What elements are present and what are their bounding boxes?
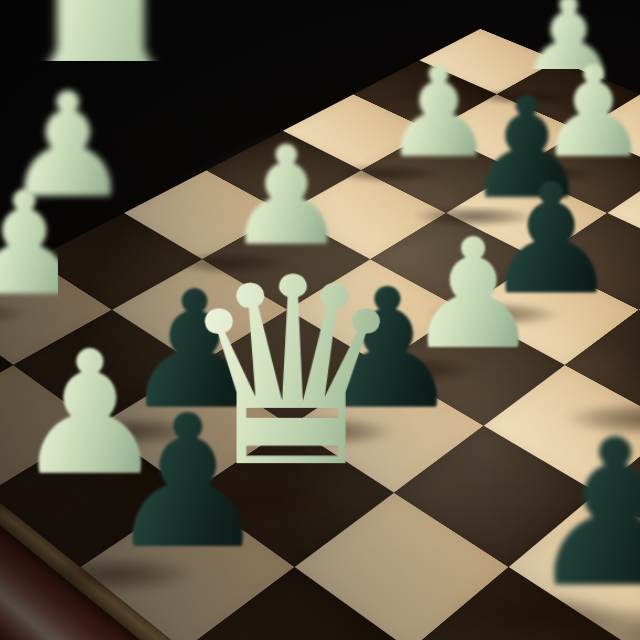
pawn-glyph: ♟	[0, 178, 89, 310]
dark-rook[interactable]: ♜	[609, 315, 640, 624]
light-pawn[interactable]: ♟	[0, 164, 92, 310]
photo-stage: ♜♚♝♟♟♟♟♟♟♟♟♟♟♟♛♟♟♟♞♟♜	[0, 0, 640, 640]
scene-3d: ♜♚♝♟♟♟♟♟♟♟♟♟♟♟♛♟♟♟♞♟♜	[0, 0, 640, 640]
rook-glyph: ♜	[617, 346, 640, 624]
board[interactable]: ♜♚♝♟♟♟♟♟♟♟♟♟♟♟♛♟♟♟♞♟♜	[0, 29, 640, 640]
dark-pawn[interactable]: ♟	[100, 379, 275, 567]
pawn-glyph: ♟	[105, 398, 270, 567]
